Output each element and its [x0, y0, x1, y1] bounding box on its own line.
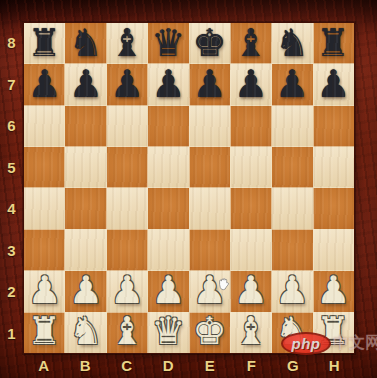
piece-white-bishop[interactable]: ♝ — [234, 312, 268, 350]
rank-label-7: 7 — [0, 64, 23, 106]
file-label-G: G — [272, 354, 314, 377]
piece-black-pawn[interactable]: ♟ — [275, 65, 309, 103]
square-b4[interactable] — [65, 188, 106, 229]
square-f1[interactable]: ♝ — [230, 312, 271, 353]
piece-white-pawn[interactable]: ♟ — [69, 271, 103, 309]
file-label-C: C — [106, 354, 148, 377]
square-f5[interactable] — [230, 147, 271, 188]
square-a6[interactable] — [24, 106, 65, 147]
piece-black-bishop[interactable]: ♝ — [110, 24, 144, 62]
rank-label-8: 8 — [0, 22, 23, 64]
square-e7[interactable]: ♟ — [189, 64, 230, 105]
file-label-F: F — [231, 354, 273, 377]
square-f3[interactable] — [230, 229, 271, 270]
piece-white-bishop[interactable]: ♝ — [110, 312, 144, 350]
piece-black-rook[interactable]: ♜ — [316, 24, 350, 62]
square-g3[interactable] — [272, 229, 313, 270]
piece-white-rook[interactable]: ♜ — [28, 312, 62, 350]
file-label-D: D — [148, 354, 190, 377]
square-e8[interactable]: ♚ — [189, 23, 230, 64]
square-d3[interactable] — [148, 229, 189, 270]
square-d1[interactable]: ♛ — [148, 312, 189, 353]
square-f7[interactable]: ♟ — [230, 64, 271, 105]
piece-black-knight[interactable]: ♞ — [275, 24, 309, 62]
square-e4[interactable] — [189, 188, 230, 229]
square-g8[interactable]: ♞ — [272, 23, 313, 64]
piece-black-bishop[interactable]: ♝ — [234, 24, 268, 62]
piece-white-pawn[interactable]: ♟ — [151, 271, 185, 309]
square-h5[interactable] — [313, 147, 354, 188]
rank-label-3: 3 — [0, 230, 23, 272]
square-d7[interactable]: ♟ — [148, 64, 189, 105]
piece-black-rook[interactable]: ♜ — [28, 24, 62, 62]
piece-white-pawn[interactable]: ♟ — [316, 271, 350, 309]
square-a2[interactable]: ♟ — [24, 271, 65, 312]
file-label-H: H — [314, 354, 356, 377]
square-a1[interactable]: ♜ — [24, 312, 65, 353]
square-f6[interactable] — [230, 106, 271, 147]
square-d8[interactable]: ♛ — [148, 23, 189, 64]
piece-black-pawn[interactable]: ♟ — [110, 65, 144, 103]
file-label-A: A — [23, 354, 65, 377]
square-h8[interactable]: ♜ — [313, 23, 354, 64]
piece-black-pawn[interactable]: ♟ — [69, 65, 103, 103]
square-g6[interactable] — [272, 106, 313, 147]
square-a5[interactable] — [24, 147, 65, 188]
square-d4[interactable] — [148, 188, 189, 229]
square-d6[interactable] — [148, 106, 189, 147]
hand-grab-cursor-icon — [216, 276, 231, 292]
square-b7[interactable]: ♟ — [65, 64, 106, 105]
square-e5[interactable] — [189, 147, 230, 188]
square-b5[interactable] — [65, 147, 106, 188]
piece-black-queen[interactable]: ♛ — [151, 24, 185, 62]
php-watermark: php 中文网 — [281, 332, 377, 355]
square-h4[interactable] — [313, 188, 354, 229]
chess-board[interactable]: ♜♞♝♛♚♝♞♜♟♟♟♟♟♟♟♟♟♟♟♟♟♟♟♟♜♞♝♛♚♝♞♜ — [23, 22, 355, 354]
square-d5[interactable] — [148, 147, 189, 188]
square-c6[interactable] — [107, 106, 148, 147]
square-c4[interactable] — [107, 188, 148, 229]
piece-white-queen[interactable]: ♛ — [151, 312, 185, 350]
square-c1[interactable]: ♝ — [107, 312, 148, 353]
square-b3[interactable] — [65, 229, 106, 270]
square-g2[interactable]: ♟ — [272, 271, 313, 312]
square-a3[interactable] — [24, 229, 65, 270]
square-a4[interactable] — [24, 188, 65, 229]
piece-white-pawn[interactable]: ♟ — [234, 271, 268, 309]
square-b6[interactable] — [65, 106, 106, 147]
square-f2[interactable]: ♟ — [230, 271, 271, 312]
square-h7[interactable]: ♟ — [313, 64, 354, 105]
square-e6[interactable] — [189, 106, 230, 147]
piece-white-pawn[interactable]: ♟ — [28, 271, 62, 309]
square-f4[interactable] — [230, 188, 271, 229]
php-logo: php — [281, 332, 331, 355]
piece-black-pawn[interactable]: ♟ — [28, 65, 62, 103]
rank-label-1: 1 — [0, 313, 23, 355]
square-h2[interactable]: ♟ — [313, 271, 354, 312]
square-d2[interactable]: ♟ — [148, 271, 189, 312]
chess-board-frame: ♜♞♝♛♚♝♞♜♟♟♟♟♟♟♟♟♟♟♟♟♟♟♟♟♜♞♝♛♚♝♞♜ 8765432… — [0, 0, 377, 378]
square-c3[interactable] — [107, 229, 148, 270]
piece-black-pawn[interactable]: ♟ — [316, 65, 350, 103]
piece-white-pawn[interactable]: ♟ — [110, 271, 144, 309]
piece-black-king[interactable]: ♚ — [193, 24, 227, 62]
square-h3[interactable] — [313, 229, 354, 270]
piece-black-pawn[interactable]: ♟ — [234, 65, 268, 103]
piece-black-knight[interactable]: ♞ — [69, 24, 103, 62]
piece-black-pawn[interactable]: ♟ — [193, 65, 227, 103]
square-g7[interactable]: ♟ — [272, 64, 313, 105]
square-e1[interactable]: ♚ — [189, 312, 230, 353]
piece-white-knight[interactable]: ♞ — [69, 312, 103, 350]
rank-label-4: 4 — [0, 188, 23, 230]
square-f8[interactable]: ♝ — [230, 23, 271, 64]
square-e3[interactable] — [189, 229, 230, 270]
piece-white-king[interactable]: ♚ — [193, 312, 227, 350]
piece-white-pawn[interactable]: ♟ — [275, 271, 309, 309]
square-c8[interactable]: ♝ — [107, 23, 148, 64]
square-b2[interactable]: ♟ — [65, 271, 106, 312]
square-b1[interactable]: ♞ — [65, 312, 106, 353]
square-g5[interactable] — [272, 147, 313, 188]
square-c2[interactable]: ♟ — [107, 271, 148, 312]
square-h6[interactable] — [313, 106, 354, 147]
square-b8[interactable]: ♞ — [65, 23, 106, 64]
rank-label-6: 6 — [0, 105, 23, 147]
rank-label-2: 2 — [0, 271, 23, 313]
file-label-B: B — [65, 354, 107, 377]
file-label-E: E — [189, 354, 231, 377]
piece-black-pawn[interactable]: ♟ — [151, 65, 185, 103]
square-c5[interactable] — [107, 147, 148, 188]
rank-label-5: 5 — [0, 147, 23, 189]
square-g4[interactable] — [272, 188, 313, 229]
square-a8[interactable]: ♜ — [24, 23, 65, 64]
square-a7[interactable]: ♟ — [24, 64, 65, 105]
square-c7[interactable]: ♟ — [107, 64, 148, 105]
php-watermark-suffix: 中文网 — [333, 333, 377, 354]
